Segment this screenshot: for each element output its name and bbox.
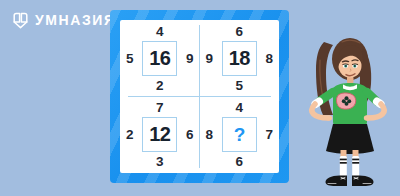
quadrant-bottom-number: 2: [156, 78, 164, 93]
center-number: 18: [229, 47, 250, 70]
girl-skirt: [326, 124, 374, 154]
quadrant-right-number: 9: [186, 51, 194, 66]
quadrant-top-left: 4 5 16 9 2: [120, 20, 200, 97]
open-book-shield-icon: [11, 11, 30, 30]
puzzle-frame: 4 5 16 9 2 6 9 18 8: [110, 10, 289, 183]
question-mark: ?: [234, 124, 245, 146]
girl-socks: [340, 156, 359, 177]
promo-banner: УМНАЗИЯ 4 5 16 9 2 6: [0, 0, 400, 196]
quadrant-bottom-left: 7 2 12 6 3: [120, 97, 200, 174]
quadrant-bottom-number: 6: [235, 154, 243, 169]
quadrant-right-number: 8: [265, 51, 273, 66]
answer-box-unknown: ?: [222, 117, 257, 152]
quadrant-top-right: 6 9 18 8 5: [200, 20, 280, 97]
quadrant-left-number: 2: [126, 127, 134, 142]
quadrant-left-number: 9: [205, 51, 213, 66]
quadrant-left-number: 5: [126, 51, 134, 66]
quadrant-bottom-number: 3: [156, 154, 164, 169]
girl-hand: [326, 115, 332, 121]
quadrant-top-number: 6: [235, 24, 243, 39]
quadrant-right-number: 6: [186, 127, 194, 142]
center-number: 16: [149, 47, 170, 70]
quadrant-top-number: 4: [156, 24, 164, 39]
girl-character-illustration: [304, 30, 392, 190]
girl-shoes: [326, 176, 374, 187]
quadrant-bottom-right: 4 8 ? 7 6: [200, 97, 280, 174]
girl-shirt-print: [337, 93, 356, 109]
quadrant-left-number: 8: [205, 127, 213, 142]
quadrant-top-number: 4: [235, 100, 243, 115]
answer-box: 12: [142, 117, 177, 152]
quadrant-top-number: 7: [156, 100, 164, 115]
answer-box: 18: [222, 41, 257, 76]
center-number: 12: [149, 123, 170, 146]
quadrant-right-number: 7: [265, 127, 273, 142]
brand-name: УМНАЗИЯ: [35, 11, 116, 30]
girl-hand: [364, 115, 370, 121]
answer-box: 16: [142, 41, 177, 76]
puzzle-board: 4 5 16 9 2 6 9 18 8: [120, 20, 279, 173]
quadrant-bottom-number: 5: [235, 78, 243, 93]
brand-logo: УМНАЗИЯ: [11, 11, 116, 30]
